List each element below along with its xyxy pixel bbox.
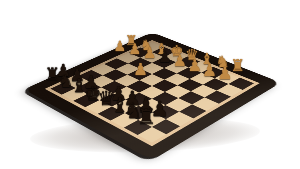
piece-white-pawn-h2[interactable]: ♟ xyxy=(113,39,126,53)
piece-white-pawn-d2[interactable]: ♟ xyxy=(173,54,187,70)
piece-white-pawn-e4[interactable]: ♟ xyxy=(133,61,148,78)
piece-white-rook-a1[interactable]: ♜ xyxy=(230,58,245,74)
piece-white-pawn-g2[interactable]: ♟ xyxy=(128,43,141,58)
piece-white-pawn-c2[interactable]: ♟ xyxy=(188,58,203,74)
piece-black-rook-a8[interactable]: ♜ xyxy=(137,106,156,128)
chess-scene: ♜♞♝♛♚♝♞♜♟♟♟♟♟♟♟♟♜♞♝♛♚♝♞♜♟♟♟♟♟♟♟♟ xyxy=(0,0,300,169)
piece-white-pawn-a2[interactable]: ♟ xyxy=(217,65,232,82)
piece-white-pawn-b2[interactable]: ♟ xyxy=(202,61,217,78)
piece-black-pawn-e2[interactable]: ♟ xyxy=(158,50,172,65)
pieces-layer: ♜♞♝♛♚♝♞♜♟♟♟♟♟♟♟♟♜♞♝♛♚♝♞♜♟♟♟♟♟♟♟♟ xyxy=(0,0,300,169)
